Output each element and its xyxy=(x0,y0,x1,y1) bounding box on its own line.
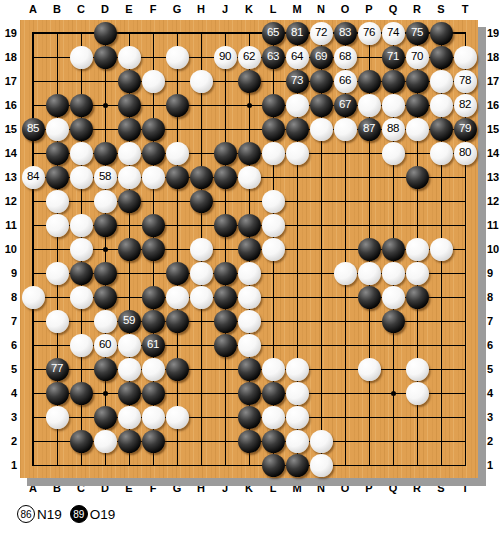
black-stone-O16: 67 xyxy=(334,94,357,117)
move-number: 84 xyxy=(27,171,39,183)
white-stone-C10 xyxy=(70,238,93,261)
black-stone-N17 xyxy=(310,70,333,93)
black-stone-P15: 87 xyxy=(358,118,381,141)
white-stone-L3 xyxy=(262,406,285,429)
white-stone-H8 xyxy=(190,286,213,309)
move-number: 58 xyxy=(99,171,111,183)
black-stone-G9 xyxy=(166,262,189,285)
row-label-right-7: 7 xyxy=(487,309,500,333)
column-label-top-Q: Q xyxy=(381,3,405,15)
move-number: 73 xyxy=(291,75,303,87)
black-stone-T15: 79 xyxy=(454,118,477,141)
row-label-right-15: 15 xyxy=(487,117,500,141)
move-number: 82 xyxy=(459,99,471,111)
black-stone-K10 xyxy=(238,238,261,261)
column-label-top-R: R xyxy=(405,3,429,15)
column-label-top-G: G xyxy=(165,3,189,15)
white-stone-E5 xyxy=(118,358,141,381)
white-stone-M16 xyxy=(286,94,309,117)
black-stone-M1 xyxy=(286,454,309,477)
row-label-left-4: 4 xyxy=(0,381,17,405)
black-stone-Q10 xyxy=(382,238,405,261)
star-point-D16 xyxy=(103,103,108,108)
black-stone-B14 xyxy=(46,142,69,165)
white-stone-N2 xyxy=(310,430,333,453)
row-label-left-14: 14 xyxy=(0,141,17,165)
column-label-top-P: P xyxy=(357,3,381,15)
black-stone-L19: 65 xyxy=(262,22,285,45)
black-stone-P17 xyxy=(358,70,381,93)
row-label-left-2: 2 xyxy=(0,429,17,453)
white-stone-B9 xyxy=(46,262,69,285)
white-stone-R5 xyxy=(406,358,429,381)
white-stone-K9 xyxy=(238,262,261,285)
row-label-right-18: 18 xyxy=(487,45,500,69)
column-label-top-J: J xyxy=(213,3,237,15)
star-point-Q4 xyxy=(391,391,396,396)
move-number: 59 xyxy=(123,315,135,327)
white-stone-R4 xyxy=(406,382,429,405)
white-stone-Q9 xyxy=(382,262,405,285)
black-stone-C9 xyxy=(70,262,93,285)
white-stone-B7 xyxy=(46,310,69,333)
move-number: 88 xyxy=(387,123,399,135)
white-stone-L5 xyxy=(262,358,285,381)
column-label-top-E: E xyxy=(117,3,141,15)
black-stone-E7: 59 xyxy=(118,310,141,333)
black-stone-F11 xyxy=(142,214,165,237)
black-stone-D9 xyxy=(94,262,117,285)
black-stone-E4 xyxy=(118,382,141,405)
white-stone-E6 xyxy=(118,334,141,357)
white-stone-B12 xyxy=(46,190,69,213)
move-number: 71 xyxy=(387,51,399,63)
white-stone-D13: 58 xyxy=(94,166,117,189)
move-number: 79 xyxy=(459,123,471,135)
white-stone-F3 xyxy=(142,406,165,429)
go-diagram-page: ABCDEFGHJKLMNOPQRST ABCDEFGHJKLMNOPQRST … xyxy=(0,0,500,537)
white-stone-Q15: 88 xyxy=(382,118,405,141)
black-stone-B13 xyxy=(46,166,69,189)
row-label-right-6: 6 xyxy=(487,333,500,357)
black-stone-E12 xyxy=(118,190,141,213)
row-label-right-11: 11 xyxy=(487,213,500,237)
black-stone-B16 xyxy=(46,94,69,117)
white-stone-S17 xyxy=(430,70,453,93)
white-stone-O9 xyxy=(334,262,357,285)
black-stone-F7 xyxy=(142,310,165,333)
black-stone-D8 xyxy=(94,286,117,309)
white-stone-S10 xyxy=(430,238,453,261)
move-number: 65 xyxy=(267,27,279,39)
black-stone-R8 xyxy=(406,286,429,309)
row-label-left-17: 17 xyxy=(0,69,17,93)
black-stone-Q7 xyxy=(382,310,405,333)
white-stone-N1 xyxy=(310,454,333,477)
black-stone-G7 xyxy=(166,310,189,333)
white-stone-A8 xyxy=(22,286,45,309)
black-stone-B5: 77 xyxy=(46,358,69,381)
black-stone-L2 xyxy=(262,430,285,453)
black-stone-F6: 61 xyxy=(142,334,165,357)
column-label-top-A: A xyxy=(21,3,45,15)
white-stone-F5 xyxy=(142,358,165,381)
board-shadow-bottom xyxy=(27,478,486,486)
white-stone-Q19: 74 xyxy=(382,22,405,45)
black-stone-F15 xyxy=(142,118,165,141)
move-number: 81 xyxy=(291,27,303,39)
move-number: 60 xyxy=(99,339,111,351)
white-stone-R10 xyxy=(406,238,429,261)
black-stone-R16 xyxy=(406,94,429,117)
white-stone-P16 xyxy=(358,94,381,117)
white-stone-L12 xyxy=(262,190,285,213)
black-stone-R13 xyxy=(406,166,429,189)
black-stone-D19 xyxy=(94,22,117,45)
white-stone-F13 xyxy=(142,166,165,189)
row-label-left-18: 18 xyxy=(0,45,17,69)
black-stone-R17 xyxy=(406,70,429,93)
row-label-left-9: 9 xyxy=(0,261,17,285)
black-stone-Q17 xyxy=(382,70,405,93)
row-label-right-3: 3 xyxy=(487,405,500,429)
black-stone-N18: 69 xyxy=(310,46,333,69)
black-stone-G16 xyxy=(166,94,189,117)
black-stone-E17 xyxy=(118,70,141,93)
row-label-right-1: 1 xyxy=(487,453,500,477)
move-number: 78 xyxy=(459,75,471,87)
move-caption: 86 N19 89 O19 xyxy=(17,504,123,524)
white-stone-icon: 86 xyxy=(17,505,35,523)
black-stone-E10 xyxy=(118,238,141,261)
black-stone-E15 xyxy=(118,118,141,141)
white-stone-P19: 76 xyxy=(358,22,381,45)
white-stone-O15 xyxy=(334,118,357,141)
black-stone-Q18: 71 xyxy=(382,46,405,69)
column-label-top-M: M xyxy=(285,3,309,15)
black-stone-M19: 81 xyxy=(286,22,309,45)
black-stone-K11 xyxy=(238,214,261,237)
black-stone-S15 xyxy=(430,118,453,141)
white-stone-D6: 60 xyxy=(94,334,117,357)
row-label-left-8: 8 xyxy=(0,285,17,309)
move-number: 66 xyxy=(339,75,351,87)
move-number: 68 xyxy=(339,51,351,63)
white-stone-K18: 62 xyxy=(238,46,261,69)
black-stone-H12 xyxy=(190,190,213,213)
move-number: 74 xyxy=(387,27,399,39)
white-stone-N15 xyxy=(310,118,333,141)
row-label-right-9: 9 xyxy=(487,261,500,285)
row-label-right-2: 2 xyxy=(487,429,500,453)
black-stone-J7 xyxy=(214,310,237,333)
black-stone-D11 xyxy=(94,214,117,237)
white-stone-G8 xyxy=(166,286,189,309)
black-stone-J8 xyxy=(214,286,237,309)
white-stone-L10 xyxy=(262,238,285,261)
black-stone-C15 xyxy=(70,118,93,141)
column-label-top-K: K xyxy=(237,3,261,15)
move-number: 85 xyxy=(27,123,39,135)
white-stone-E18 xyxy=(118,46,141,69)
row-label-right-14: 14 xyxy=(487,141,500,165)
move-number: 90 xyxy=(219,51,231,63)
white-stone-B15 xyxy=(46,118,69,141)
white-stone-H9 xyxy=(190,262,213,285)
star-point-D4 xyxy=(103,391,108,396)
black-stone-L15 xyxy=(262,118,285,141)
white-stone-G3 xyxy=(166,406,189,429)
row-label-right-16: 16 xyxy=(487,93,500,117)
black-stone-F4 xyxy=(142,382,165,405)
move-number: 75 xyxy=(411,27,423,39)
white-stone-E14 xyxy=(118,142,141,165)
white-stone-K6 xyxy=(238,334,261,357)
black-stone-B4 xyxy=(46,382,69,405)
black-stone-A15: 85 xyxy=(22,118,45,141)
black-stone-F10 xyxy=(142,238,165,261)
black-stone-L16 xyxy=(262,94,285,117)
white-stone-M14 xyxy=(286,142,309,165)
white-stone-B11 xyxy=(46,214,69,237)
move-number: 62 xyxy=(243,51,255,63)
black-stone-D18 xyxy=(94,46,117,69)
white-stone-G14 xyxy=(166,142,189,165)
black-stone-N16 xyxy=(310,94,333,117)
row-label-left-11: 11 xyxy=(0,213,17,237)
white-stone-C14 xyxy=(70,142,93,165)
white-stone-L14 xyxy=(262,142,285,165)
move-number: 69 xyxy=(315,51,327,63)
black-stone-E2 xyxy=(118,430,141,453)
black-stone-S19 xyxy=(430,22,453,45)
row-label-right-4: 4 xyxy=(487,381,500,405)
row-label-left-15: 15 xyxy=(0,117,17,141)
white-stone-C11 xyxy=(70,214,93,237)
black-stone-L18: 63 xyxy=(262,46,285,69)
white-stone-K8 xyxy=(238,286,261,309)
white-stone-R9 xyxy=(406,262,429,285)
row-label-left-7: 7 xyxy=(0,309,17,333)
white-stone-T17: 78 xyxy=(454,70,477,93)
white-stone-P9 xyxy=(358,262,381,285)
black-stone-icon: 89 xyxy=(70,505,88,523)
column-label-top-F: F xyxy=(141,3,165,15)
black-stone-K2 xyxy=(238,430,261,453)
black-stone-L4 xyxy=(262,382,285,405)
white-stone-Q8 xyxy=(382,286,405,309)
white-move-coord: N19 xyxy=(37,507,62,522)
white-stone-M4 xyxy=(286,382,309,405)
move-number: 64 xyxy=(291,51,303,63)
black-stone-F8 xyxy=(142,286,165,309)
move-number: 77 xyxy=(51,363,63,375)
black-stone-K5 xyxy=(238,358,261,381)
white-stone-Q16 xyxy=(382,94,405,117)
white-stone-M18: 64 xyxy=(286,46,309,69)
row-label-left-3: 3 xyxy=(0,405,17,429)
black-stone-D14 xyxy=(94,142,117,165)
black-stone-G13 xyxy=(166,166,189,189)
white-stone-C13 xyxy=(70,166,93,189)
white-stone-B3 xyxy=(46,406,69,429)
black-stone-F2 xyxy=(142,430,165,453)
column-label-top-B: B xyxy=(45,3,69,15)
white-stone-H17 xyxy=(190,70,213,93)
black-stone-M15 xyxy=(286,118,309,141)
row-label-left-13: 13 xyxy=(0,165,17,189)
column-label-top-C: C xyxy=(69,3,93,15)
black-stone-P10 xyxy=(358,238,381,261)
black-stone-J6 xyxy=(214,334,237,357)
white-stone-A13: 84 xyxy=(22,166,45,189)
move-number: 76 xyxy=(363,27,375,39)
move-number: 87 xyxy=(363,123,375,135)
move-number: 80 xyxy=(459,147,471,159)
black-stone-C2 xyxy=(70,430,93,453)
white-stone-P5 xyxy=(358,358,381,381)
black-stone-D5 xyxy=(94,358,117,381)
white-stone-D12 xyxy=(94,190,117,213)
white-stone-G18 xyxy=(166,46,189,69)
move-number: 63 xyxy=(267,51,279,63)
black-stone-J14 xyxy=(214,142,237,165)
board-grid[interactable]: 6581728376747590626364696871707366786782… xyxy=(21,21,477,477)
white-stone-E13 xyxy=(118,166,141,189)
white-stone-K7 xyxy=(238,310,261,333)
row-label-left-5: 5 xyxy=(0,357,17,381)
white-stone-S14 xyxy=(430,142,453,165)
white-stone-Q14 xyxy=(382,142,405,165)
row-label-left-19: 19 xyxy=(0,21,17,45)
move-number: 67 xyxy=(339,99,351,111)
row-label-left-6: 6 xyxy=(0,333,17,357)
white-stone-S16 xyxy=(430,94,453,117)
white-stone-M5 xyxy=(286,358,309,381)
black-stone-G5 xyxy=(166,358,189,381)
black-stone-F14 xyxy=(142,142,165,165)
black-stone-C16 xyxy=(70,94,93,117)
black-stone-R19: 75 xyxy=(406,22,429,45)
black-stone-D3 xyxy=(94,406,117,429)
black-stone-K4 xyxy=(238,382,261,405)
column-label-top-T: T xyxy=(453,3,477,15)
column-label-top-H: H xyxy=(189,3,213,15)
white-stone-K13 xyxy=(238,166,261,189)
black-move-coord: O19 xyxy=(90,507,116,522)
black-stone-K17 xyxy=(238,70,261,93)
board-shadow-right xyxy=(478,27,486,485)
row-label-left-12: 12 xyxy=(0,189,17,213)
white-stone-E3 xyxy=(118,406,141,429)
white-stone-F17 xyxy=(142,70,165,93)
white-stone-T18 xyxy=(454,46,477,69)
column-label-top-D: D xyxy=(93,3,117,15)
move-number: 72 xyxy=(315,27,327,39)
row-label-left-10: 10 xyxy=(0,237,17,261)
row-label-right-5: 5 xyxy=(487,357,500,381)
black-stone-O19: 83 xyxy=(334,22,357,45)
white-stone-D2 xyxy=(94,430,117,453)
black-stone-S18 xyxy=(430,46,453,69)
white-stone-H10 xyxy=(190,238,213,261)
black-stone-J9 xyxy=(214,262,237,285)
move-number: 70 xyxy=(411,51,423,63)
row-label-right-10: 10 xyxy=(487,237,500,261)
row-label-right-19: 19 xyxy=(487,21,500,45)
black-stone-L1 xyxy=(262,454,285,477)
column-label-top-O: O xyxy=(333,3,357,15)
black-stone-J13 xyxy=(214,166,237,189)
white-stone-D7 xyxy=(94,310,117,333)
go-board: 6581728376747590626364696871707366786782… xyxy=(20,20,478,478)
column-label-top-N: N xyxy=(309,3,333,15)
white-stone-R18: 70 xyxy=(406,46,429,69)
star-point-K16 xyxy=(247,103,252,108)
white-stone-C6 xyxy=(70,334,93,357)
white-stone-J18: 90 xyxy=(214,46,237,69)
black-stone-K3 xyxy=(238,406,261,429)
white-stone-N19: 72 xyxy=(310,22,333,45)
move-number: 83 xyxy=(339,27,351,39)
row-label-right-8: 8 xyxy=(487,285,500,309)
black-stone-M17: 73 xyxy=(286,70,309,93)
row-label-right-12: 12 xyxy=(487,189,500,213)
white-stone-C8 xyxy=(70,286,93,309)
black-stone-H13 xyxy=(190,166,213,189)
black-stone-K14 xyxy=(238,142,261,165)
star-point-D10 xyxy=(103,247,108,252)
move-number: 61 xyxy=(147,339,159,351)
white-stone-O17: 66 xyxy=(334,70,357,93)
row-label-left-16: 16 xyxy=(0,93,17,117)
white-stone-R15 xyxy=(406,118,429,141)
column-label-top-L: L xyxy=(261,3,285,15)
white-stone-O18: 68 xyxy=(334,46,357,69)
row-label-left-1: 1 xyxy=(0,453,17,477)
row-label-right-13: 13 xyxy=(487,165,500,189)
black-stone-E16 xyxy=(118,94,141,117)
black-stone-J11 xyxy=(214,214,237,237)
white-stone-M3 xyxy=(286,406,309,429)
column-label-top-S: S xyxy=(429,3,453,15)
white-stone-L11 xyxy=(262,214,285,237)
black-stone-C4 xyxy=(70,382,93,405)
white-stone-T16: 82 xyxy=(454,94,477,117)
white-stone-M2 xyxy=(286,430,309,453)
row-label-right-17: 17 xyxy=(487,69,500,93)
white-stone-C18 xyxy=(70,46,93,69)
black-stone-P8 xyxy=(358,286,381,309)
white-stone-T14: 80 xyxy=(454,142,477,165)
